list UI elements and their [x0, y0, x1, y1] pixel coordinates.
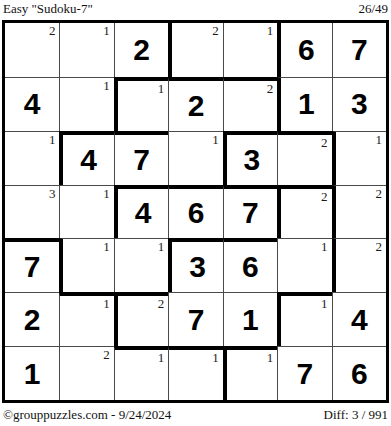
cell-r6c1[interactable]: 2: [5, 292, 59, 346]
hint-digit: 2: [375, 187, 382, 201]
hint-digit: 2: [375, 240, 382, 254]
copyright-date: ©grouppuzzles.com - 9/24/2024: [3, 407, 171, 423]
cell-r6c3[interactable]: 2: [114, 292, 168, 346]
hint-digit: 1: [103, 79, 110, 93]
hint-digit: 1: [49, 133, 56, 147]
hint-digit: 1: [321, 297, 328, 311]
cell-r4c2[interactable]: 1: [59, 185, 113, 239]
cell-r5c6[interactable]: 1: [277, 238, 331, 292]
cell-r3c7[interactable]: 1: [332, 131, 386, 185]
hint-digit: 1: [267, 351, 274, 365]
cell-r6c2[interactable]: 1: [59, 292, 113, 346]
given-digit: 6: [298, 35, 315, 65]
hint-digit: 1: [158, 351, 165, 365]
hint-digit: 1: [375, 133, 382, 147]
given-digit: 2: [24, 305, 41, 335]
sudoku-grid: 2122167411221314713213146722711361221271…: [2, 20, 389, 403]
given-digit: 2: [188, 91, 205, 121]
given-digit: 3: [244, 145, 261, 175]
cell-r6c7[interactable]: 4: [332, 292, 386, 346]
cell-r1c1[interactable]: 2: [5, 23, 59, 77]
cell-r1c4[interactable]: 2: [168, 23, 222, 77]
cell-r6c5[interactable]: 1: [223, 292, 277, 346]
cell-r2c1[interactable]: 4: [5, 77, 59, 131]
cell-r4c3[interactable]: 4: [114, 185, 168, 239]
puzzle-page: Easy "Sudoku-7" 26/49 212216741122131471…: [0, 0, 391, 426]
hint-digit: 1: [212, 133, 219, 147]
cell-r7c5[interactable]: 1: [223, 346, 277, 400]
cell-r4c5[interactable]: 7: [223, 185, 277, 239]
cell-r1c6[interactable]: 6: [277, 23, 331, 77]
hint-digit: 1: [103, 240, 110, 254]
cell-r7c1[interactable]: 1: [5, 346, 59, 400]
given-digit: 7: [133, 145, 150, 175]
cell-r1c2[interactable]: 1: [59, 23, 113, 77]
given-digit: 7: [242, 198, 259, 228]
given-digit: 7: [297, 359, 314, 389]
cell-r2c4[interactable]: 2: [168, 77, 222, 131]
cell-r7c7[interactable]: 6: [332, 346, 386, 400]
given-digit: 4: [351, 305, 368, 335]
hint-digit: 2: [158, 297, 165, 311]
given-digit: 7: [188, 305, 205, 335]
given-digit: 4: [24, 89, 41, 119]
given-digit: 7: [351, 35, 368, 65]
hint-digit: 1: [158, 240, 165, 254]
cell-r2c3[interactable]: 1: [114, 77, 168, 131]
given-digit: 3: [189, 252, 206, 282]
cell-r2c5[interactable]: 2: [223, 77, 277, 131]
cell-counter: 26/49: [358, 1, 388, 17]
given-digit: 6: [351, 359, 368, 389]
puzzle-title: Easy "Sudoku-7": [3, 1, 93, 17]
cell-r1c7[interactable]: 7: [332, 23, 386, 77]
hint-digit: 1: [212, 351, 219, 365]
hint-digit: 1: [158, 82, 165, 96]
cell-r6c4[interactable]: 7: [168, 292, 222, 346]
hint-digit: 1: [103, 24, 110, 38]
footer: ©grouppuzzles.com - 9/24/2024 Diff: 3 / …: [3, 407, 388, 423]
cell-r4c6[interactable]: 2: [277, 185, 331, 239]
cell-r6c6[interactable]: 1: [277, 292, 331, 346]
cell-r2c7[interactable]: 3: [332, 77, 386, 131]
hint-digit: 2: [321, 190, 328, 204]
cell-r4c7[interactable]: 2: [332, 185, 386, 239]
cell-r3c4[interactable]: 1: [168, 131, 222, 185]
hint-digit: 2: [267, 82, 274, 96]
cell-r7c4[interactable]: 1: [168, 346, 222, 400]
hint-digit: 2: [212, 24, 219, 38]
given-digit: 7: [24, 252, 41, 282]
given-digit: 6: [242, 252, 259, 282]
cell-r3c1[interactable]: 1: [5, 131, 59, 185]
given-digit: 2: [133, 35, 150, 65]
hint-digit: 1: [321, 240, 328, 254]
cell-r2c6[interactable]: 1: [277, 77, 331, 131]
cell-r2c2[interactable]: 1: [59, 77, 113, 131]
hint-digit: 3: [49, 187, 56, 201]
cell-r5c2[interactable]: 1: [59, 238, 113, 292]
cell-r5c4[interactable]: 3: [168, 238, 222, 292]
given-digit: 3: [351, 89, 368, 119]
hint-digit: 2: [103, 348, 110, 362]
cell-r5c3[interactable]: 1: [114, 238, 168, 292]
cell-r7c6[interactable]: 7: [277, 346, 331, 400]
header: Easy "Sudoku-7" 26/49: [3, 1, 388, 17]
cell-r3c6[interactable]: 2: [277, 131, 331, 185]
cell-r1c3[interactable]: 2: [114, 23, 168, 77]
cell-r5c7[interactable]: 2: [332, 238, 386, 292]
difficulty-label: Diff: 3 / 991: [324, 407, 388, 423]
cell-r4c4[interactable]: 6: [168, 185, 222, 239]
given-digit: 1: [242, 305, 259, 335]
cell-r5c1[interactable]: 7: [5, 238, 59, 292]
cell-r3c2[interactable]: 4: [59, 131, 113, 185]
hint-digit: 2: [49, 24, 56, 38]
hint-digit: 1: [103, 187, 110, 201]
cell-r3c5[interactable]: 3: [223, 131, 277, 185]
cell-r5c5[interactable]: 6: [223, 238, 277, 292]
hint-digit: 1: [267, 24, 274, 38]
hint-digit: 1: [103, 297, 110, 311]
hint-digit: 2: [321, 136, 328, 150]
given-digit: 1: [298, 89, 315, 119]
cell-r7c2[interactable]: 2: [59, 346, 113, 400]
given-digit: 4: [135, 198, 152, 228]
cell-r1c5[interactable]: 1: [223, 23, 277, 77]
cell-r4c1[interactable]: 3: [5, 185, 59, 239]
given-digit: 1: [24, 359, 41, 389]
given-digit: 4: [80, 145, 97, 175]
cell-r3c3[interactable]: 7: [114, 131, 168, 185]
cell-r7c3[interactable]: 1: [114, 346, 168, 400]
given-digit: 6: [188, 198, 205, 228]
